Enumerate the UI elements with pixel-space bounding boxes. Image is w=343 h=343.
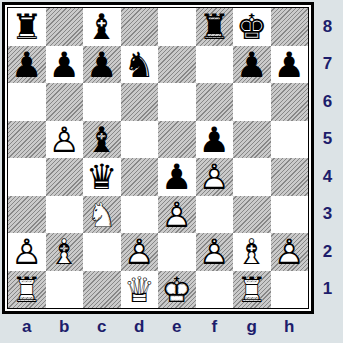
black-king: ♚ bbox=[233, 9, 271, 47]
square-d1[interactable]: ♛♕ bbox=[121, 271, 159, 309]
square-f7[interactable] bbox=[196, 46, 234, 84]
black-pawn: ♟ bbox=[83, 47, 121, 85]
black-pawn: ♟ bbox=[8, 47, 46, 85]
square-g4[interactable] bbox=[233, 158, 271, 196]
square-f2[interactable]: ♟♙ bbox=[196, 233, 234, 271]
white-bishop-fill: ♝ bbox=[46, 234, 84, 272]
white-rook: ♖ bbox=[8, 272, 46, 310]
square-e1[interactable]: ♚♔ bbox=[158, 271, 196, 309]
white-knight: ♘ bbox=[83, 197, 121, 235]
square-c2[interactable] bbox=[83, 233, 121, 271]
black-pawn: ♟ bbox=[196, 122, 234, 160]
square-a7[interactable]: ♟ bbox=[8, 46, 46, 84]
white-king-fill: ♚ bbox=[158, 272, 196, 310]
black-knight: ♞ bbox=[121, 47, 159, 85]
black-pawn: ♟ bbox=[271, 47, 309, 85]
square-e6[interactable] bbox=[158, 83, 196, 121]
square-c4[interactable]: ♛ bbox=[83, 158, 121, 196]
square-d3[interactable] bbox=[121, 196, 159, 234]
square-f8[interactable]: ♜ bbox=[196, 8, 234, 46]
white-pawn-fill: ♟ bbox=[121, 234, 159, 272]
rank-label-5: 5 bbox=[314, 121, 341, 159]
chess-diagram: ♜♝♜♚♟♟♟♞♟♟♟♙♝♟♛♟♟♙♞♘♟♙♟♙♝♗♟♙♟♙♝♗♟♙♜♖♛♕♚♔… bbox=[0, 0, 343, 343]
white-pawn: ♙ bbox=[121, 234, 159, 272]
square-h2[interactable]: ♟♙ bbox=[271, 233, 309, 271]
file-label-h: h bbox=[271, 313, 309, 341]
square-e7[interactable] bbox=[158, 46, 196, 84]
white-queen: ♕ bbox=[121, 272, 159, 310]
square-g2[interactable]: ♝♗ bbox=[233, 233, 271, 271]
square-b4[interactable] bbox=[46, 158, 84, 196]
rank-label-8: 8 bbox=[314, 8, 341, 46]
white-pawn-fill: ♟ bbox=[158, 197, 196, 235]
black-queen: ♛ bbox=[83, 159, 121, 197]
square-a2[interactable]: ♟♙ bbox=[8, 233, 46, 271]
square-b8[interactable] bbox=[46, 8, 84, 46]
black-pawn: ♟ bbox=[158, 159, 196, 197]
file-label-d: d bbox=[121, 313, 159, 341]
square-h8[interactable] bbox=[271, 8, 309, 46]
black-bishop: ♝ bbox=[83, 122, 121, 160]
white-pawn-fill: ♟ bbox=[196, 159, 234, 197]
white-pawn: ♙ bbox=[46, 122, 84, 160]
black-bishop: ♝ bbox=[83, 9, 121, 47]
file-label-a: a bbox=[8, 313, 46, 341]
square-f4[interactable]: ♟♙ bbox=[196, 158, 234, 196]
rank-label-1: 1 bbox=[314, 271, 341, 309]
square-g8[interactable]: ♚ bbox=[233, 8, 271, 46]
square-g5[interactable] bbox=[233, 121, 271, 159]
file-label-b: b bbox=[46, 313, 84, 341]
square-d8[interactable] bbox=[121, 8, 159, 46]
square-d6[interactable] bbox=[121, 83, 159, 121]
square-b7[interactable]: ♟ bbox=[46, 46, 84, 84]
square-d4[interactable] bbox=[121, 158, 159, 196]
square-h3[interactable] bbox=[271, 196, 309, 234]
square-b2[interactable]: ♝♗ bbox=[46, 233, 84, 271]
white-pawn: ♙ bbox=[196, 234, 234, 272]
square-c7[interactable]: ♟ bbox=[83, 46, 121, 84]
square-h7[interactable]: ♟ bbox=[271, 46, 309, 84]
file-label-e: e bbox=[158, 313, 196, 341]
square-b1[interactable] bbox=[46, 271, 84, 309]
square-c3[interactable]: ♞♘ bbox=[83, 196, 121, 234]
square-g1[interactable]: ♜♖ bbox=[233, 271, 271, 309]
square-b3[interactable] bbox=[46, 196, 84, 234]
square-a8[interactable]: ♜ bbox=[8, 8, 46, 46]
square-g7[interactable]: ♟ bbox=[233, 46, 271, 84]
file-label-c: c bbox=[83, 313, 121, 341]
square-e5[interactable] bbox=[158, 121, 196, 159]
white-pawn-fill: ♟ bbox=[271, 234, 309, 272]
square-f5[interactable]: ♟ bbox=[196, 121, 234, 159]
square-e2[interactable] bbox=[158, 233, 196, 271]
square-a3[interactable] bbox=[8, 196, 46, 234]
rank-label-3: 3 bbox=[314, 196, 341, 234]
rank-label-4: 4 bbox=[314, 158, 341, 196]
square-d5[interactable] bbox=[121, 121, 159, 159]
square-h6[interactable] bbox=[271, 83, 309, 121]
white-pawn-fill: ♟ bbox=[46, 122, 84, 160]
square-h4[interactable] bbox=[271, 158, 309, 196]
square-c8[interactable]: ♝ bbox=[83, 8, 121, 46]
square-c6[interactable] bbox=[83, 83, 121, 121]
chess-board: ♜♝♜♚♟♟♟♞♟♟♟♙♝♟♛♟♟♙♞♘♟♙♟♙♝♗♟♙♟♙♝♗♟♙♜♖♛♕♚♔… bbox=[7, 7, 309, 309]
square-h5[interactable] bbox=[271, 121, 309, 159]
white-pawn: ♙ bbox=[8, 234, 46, 272]
square-e3[interactable]: ♟♙ bbox=[158, 196, 196, 234]
black-pawn: ♟ bbox=[46, 47, 84, 85]
square-e4[interactable]: ♟ bbox=[158, 158, 196, 196]
square-a6[interactable] bbox=[8, 83, 46, 121]
square-d7[interactable]: ♞ bbox=[121, 46, 159, 84]
square-c5[interactable]: ♝ bbox=[83, 121, 121, 159]
white-rook-fill: ♜ bbox=[233, 272, 271, 310]
square-a4[interactable] bbox=[8, 158, 46, 196]
white-king: ♔ bbox=[158, 272, 196, 310]
white-rook-fill: ♜ bbox=[8, 272, 46, 310]
file-labels: abcdefgh bbox=[8, 313, 308, 341]
square-f6[interactable] bbox=[196, 83, 234, 121]
square-f1[interactable] bbox=[196, 271, 234, 309]
white-bishop-fill: ♝ bbox=[233, 234, 271, 272]
square-h1[interactable] bbox=[271, 271, 309, 309]
square-d2[interactable]: ♟♙ bbox=[121, 233, 159, 271]
black-rook: ♜ bbox=[196, 9, 234, 47]
square-g3[interactable] bbox=[233, 196, 271, 234]
white-pawn-fill: ♟ bbox=[8, 234, 46, 272]
file-label-f: f bbox=[196, 313, 234, 341]
white-knight-fill: ♞ bbox=[83, 197, 121, 235]
file-label-g: g bbox=[233, 313, 271, 341]
square-g6[interactable] bbox=[233, 83, 271, 121]
square-f3[interactable] bbox=[196, 196, 234, 234]
rank-label-6: 6 bbox=[314, 83, 341, 121]
black-pawn: ♟ bbox=[233, 47, 271, 85]
chess-board-frame: ♜♝♜♚♟♟♟♞♟♟♟♙♝♟♛♟♟♙♞♘♟♙♟♙♝♗♟♙♟♙♝♗♟♙♜♖♛♕♚♔… bbox=[2, 2, 314, 314]
square-b5[interactable]: ♟♙ bbox=[46, 121, 84, 159]
rank-label-2: 2 bbox=[314, 233, 341, 271]
square-a5[interactable] bbox=[8, 121, 46, 159]
square-a1[interactable]: ♜♖ bbox=[8, 271, 46, 309]
white-pawn: ♙ bbox=[271, 234, 309, 272]
white-bishop: ♗ bbox=[46, 234, 84, 272]
rank-labels: 87654321 bbox=[314, 8, 341, 308]
white-pawn: ♙ bbox=[158, 197, 196, 235]
white-queen-fill: ♛ bbox=[121, 272, 159, 310]
square-c1[interactable] bbox=[83, 271, 121, 309]
black-rook: ♜ bbox=[8, 9, 46, 47]
white-bishop: ♗ bbox=[233, 234, 271, 272]
white-rook: ♖ bbox=[233, 272, 271, 310]
rank-label-7: 7 bbox=[314, 46, 341, 84]
white-pawn-fill: ♟ bbox=[196, 234, 234, 272]
square-b6[interactable] bbox=[46, 83, 84, 121]
white-pawn: ♙ bbox=[196, 159, 234, 197]
square-e8[interactable] bbox=[158, 8, 196, 46]
